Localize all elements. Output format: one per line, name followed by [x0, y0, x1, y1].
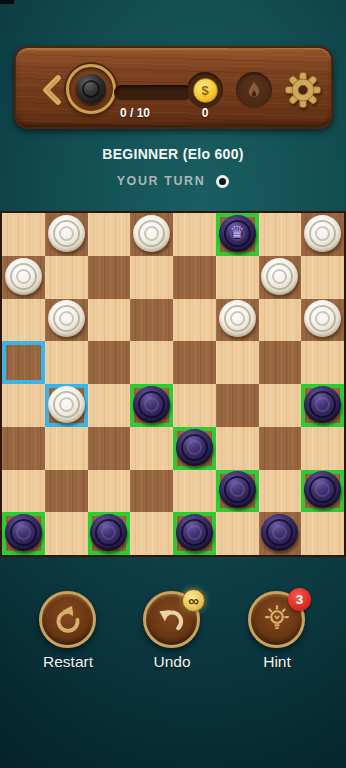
square-r6c6[interactable] — [216, 427, 259, 470]
square-r2c3[interactable] — [88, 256, 131, 299]
square-r6c4[interactable] — [130, 427, 173, 470]
square-r7c1[interactable] — [2, 470, 45, 513]
coin-icon: $ — [193, 78, 218, 103]
turn-player-circle-icon — [216, 175, 229, 188]
coin-count-label: 0 — [175, 106, 235, 120]
square-r5c1[interactable] — [2, 384, 45, 427]
square-r1c2[interactable] — [45, 213, 88, 256]
difficulty-label: BEGINNER (Elo 600) — [0, 146, 346, 162]
square-r3c8[interactable] — [301, 299, 344, 342]
coin-counter[interactable]: $ — [187, 72, 223, 108]
square-r5c3[interactable] — [88, 384, 131, 427]
white-piece[interactable] — [5, 258, 42, 295]
square-r7c4[interactable] — [130, 470, 173, 513]
purple-king-piece[interactable]: ♛ — [219, 215, 256, 252]
gear-icon — [284, 71, 322, 109]
progress-bar — [114, 85, 192, 101]
streak-button[interactable] — [236, 72, 272, 108]
black-checker-icon — [76, 74, 106, 104]
top-bar-panel: 0 / 10 $ 0 — [14, 46, 333, 129]
white-piece[interactable] — [48, 300, 85, 337]
undo-infinity-badge: ∞ — [182, 589, 205, 612]
square-r5c7[interactable] — [259, 384, 302, 427]
square-r3c6[interactable] — [216, 299, 259, 342]
square-r4c1[interactable] — [2, 341, 45, 384]
board: ♛ — [0, 211, 346, 557]
square-r8c6[interactable] — [216, 512, 259, 555]
square-r1c6[interactable]: ♛ — [216, 213, 259, 256]
hint-label: Hint — [222, 653, 332, 671]
square-r8c1[interactable] — [2, 512, 45, 555]
square-r8c4[interactable] — [130, 512, 173, 555]
square-r4c5[interactable] — [173, 341, 216, 384]
purple-piece[interactable] — [304, 386, 341, 423]
square-r1c1[interactable] — [2, 213, 45, 256]
square-r1c8[interactable] — [301, 213, 344, 256]
square-r3c2[interactable] — [45, 299, 88, 342]
square-r2c7[interactable] — [259, 256, 302, 299]
undo-arrow-icon — [157, 605, 187, 635]
purple-piece[interactable] — [176, 514, 213, 551]
square-r8c3[interactable] — [88, 512, 131, 555]
square-r6c2[interactable] — [45, 427, 88, 470]
square-r5c8[interactable] — [301, 384, 344, 427]
progress-label: 0 / 10 — [85, 106, 185, 120]
square-r7c3[interactable] — [88, 470, 131, 513]
white-piece[interactable] — [304, 300, 341, 337]
white-piece[interactable] — [133, 215, 170, 252]
king-crown-icon: ♛ — [219, 223, 256, 240]
square-r4c6[interactable] — [216, 341, 259, 384]
square-r1c7[interactable] — [259, 213, 302, 256]
square-r5c4[interactable] — [130, 384, 173, 427]
square-r7c8[interactable] — [301, 470, 344, 513]
restart-icon — [53, 605, 83, 635]
square-r1c4[interactable] — [130, 213, 173, 256]
back-chevron-icon — [40, 75, 62, 105]
hint-count-badge: 3 — [288, 588, 311, 611]
square-r4c2[interactable] — [45, 341, 88, 384]
square-r2c4[interactable] — [130, 256, 173, 299]
square-r3c7[interactable] — [259, 299, 302, 342]
back-button[interactable] — [38, 74, 64, 106]
square-r4c4[interactable] — [130, 341, 173, 384]
square-r7c6[interactable] — [216, 470, 259, 513]
square-r7c5[interactable] — [173, 470, 216, 513]
square-r4c3[interactable] — [88, 341, 131, 384]
square-r8c8[interactable] — [301, 512, 344, 555]
square-r3c3[interactable] — [88, 299, 131, 342]
square-r2c6[interactable] — [216, 256, 259, 299]
square-r5c6[interactable] — [216, 384, 259, 427]
undo-label: Undo — [117, 653, 227, 671]
restart-label: Restart — [13, 653, 123, 671]
purple-piece[interactable] — [133, 386, 170, 423]
square-r8c2[interactable] — [45, 512, 88, 555]
camera-notch — [0, 0, 14, 4]
purple-piece[interactable] — [5, 514, 42, 551]
square-r2c2[interactable] — [45, 256, 88, 299]
square-r4c7[interactable] — [259, 341, 302, 384]
hint-button[interactable]: 3 — [248, 591, 305, 648]
white-piece[interactable] — [48, 215, 85, 252]
square-r1c5[interactable] — [173, 213, 216, 256]
turn-label: YOUR TURN — [117, 174, 206, 188]
white-piece[interactable] — [304, 215, 341, 252]
square-r3c1[interactable] — [2, 299, 45, 342]
square-r8c7[interactable] — [259, 512, 302, 555]
square-r3c5[interactable] — [173, 299, 216, 342]
purple-piece[interactable] — [261, 514, 298, 551]
purple-piece[interactable] — [176, 429, 213, 466]
checkers-app-screen: 0 / 10 $ 0 — [0, 0, 346, 768]
white-piece[interactable] — [219, 300, 256, 337]
square-r6c3[interactable] — [88, 427, 131, 470]
undo-button[interactable]: ∞ — [143, 591, 200, 648]
turn-indicator: YOUR TURN — [0, 174, 346, 188]
square-r1c3[interactable] — [88, 213, 131, 256]
square-r3c4[interactable] — [130, 299, 173, 342]
square-r8c5[interactable] — [173, 512, 216, 555]
square-r7c7[interactable] — [259, 470, 302, 513]
flame-icon — [245, 80, 263, 100]
square-r5c2[interactable] — [45, 384, 88, 427]
white-piece[interactable] — [261, 258, 298, 295]
square-r5c5[interactable] — [173, 384, 216, 427]
square-r6c8[interactable] — [301, 427, 344, 470]
purple-piece[interactable] — [304, 471, 341, 508]
square-r2c5[interactable] — [173, 256, 216, 299]
purple-piece[interactable] — [219, 471, 256, 508]
purple-piece[interactable] — [90, 514, 127, 551]
square-r6c1[interactable] — [2, 427, 45, 470]
square-r6c7[interactable] — [259, 427, 302, 470]
square-r6c5[interactable] — [173, 427, 216, 470]
settings-button[interactable] — [283, 70, 323, 110]
square-r7c2[interactable] — [45, 470, 88, 513]
square-r2c8[interactable] — [301, 256, 344, 299]
restart-button[interactable] — [39, 591, 96, 648]
square-r2c1[interactable] — [2, 256, 45, 299]
white-piece[interactable] — [48, 386, 85, 423]
square-r4c8[interactable] — [301, 341, 344, 384]
lightbulb-icon — [261, 604, 293, 636]
